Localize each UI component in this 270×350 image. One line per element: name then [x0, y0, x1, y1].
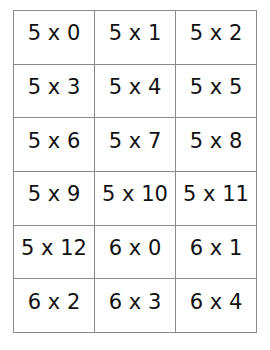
- flash-card-cell: 5 x 11: [176, 172, 256, 225]
- flash-card-cell: 5 x 6: [14, 118, 94, 171]
- flash-card-cell: 5 x 5: [176, 65, 256, 118]
- flash-card-cell: 5 x 0: [14, 11, 94, 64]
- flash-card-cell: 5 x 1: [95, 11, 175, 64]
- flash-card-cell: 5 x 7: [95, 118, 175, 171]
- flash-card-cell: 5 x 2: [176, 11, 256, 64]
- flash-card-cell: 6 x 1: [176, 226, 256, 279]
- flash-card-cell: 6 x 2: [14, 279, 94, 332]
- flash-card-cell: 6 x 3: [95, 279, 175, 332]
- flash-card-grid: 5 x 05 x 15 x 25 x 35 x 45 x 55 x 65 x 7…: [13, 10, 257, 333]
- flash-card-cell: 5 x 12: [14, 226, 94, 279]
- flash-card-cell: 6 x 4: [176, 279, 256, 332]
- flash-card-cell: 5 x 10: [95, 172, 175, 225]
- flash-card-cell: 6 x 0: [95, 226, 175, 279]
- flash-card-cell: 5 x 3: [14, 65, 94, 118]
- flash-card-cell: 5 x 9: [14, 172, 94, 225]
- flash-card-cell: 5 x 8: [176, 118, 256, 171]
- flash-card-cell: 5 x 4: [95, 65, 175, 118]
